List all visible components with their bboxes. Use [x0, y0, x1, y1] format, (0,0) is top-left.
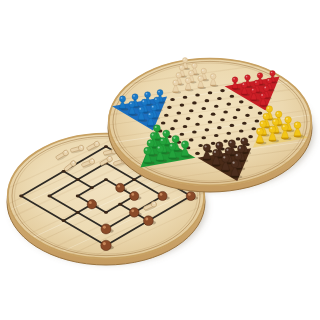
hole[interactable]	[233, 116, 238, 119]
hole[interactable]	[180, 104, 185, 107]
hole[interactable]	[170, 127, 175, 130]
hole[interactable]	[211, 113, 216, 116]
point-hole-b4[interactable]	[76, 178, 80, 181]
hole[interactable]	[211, 142, 216, 145]
hole[interactable]	[214, 134, 219, 137]
hole[interactable]	[236, 108, 241, 111]
hole[interactable]	[248, 106, 253, 109]
hole[interactable]	[217, 126, 222, 129]
game-boards-illustration	[0, 0, 320, 320]
point-hole-e3[interactable]	[104, 211, 108, 214]
hole[interactable]	[195, 93, 200, 96]
hole[interactable]	[180, 133, 185, 136]
point-hole-b2[interactable]	[47, 195, 51, 198]
hole[interactable]	[170, 98, 175, 101]
point-hole-d6[interactable]	[132, 178, 136, 181]
hole[interactable]	[198, 115, 203, 118]
hole[interactable]	[186, 117, 191, 120]
hole[interactable]	[251, 127, 256, 130]
hole[interactable]	[208, 120, 213, 123]
hole[interactable]	[192, 101, 197, 104]
hole[interactable]	[189, 109, 194, 112]
hole[interactable]	[164, 114, 169, 117]
hole[interactable]	[226, 103, 231, 106]
hole[interactable]	[192, 131, 197, 134]
point-hole-c3[interactable]	[76, 195, 80, 198]
hole[interactable]	[226, 132, 231, 135]
hole[interactable]	[195, 123, 200, 126]
hole[interactable]	[220, 89, 225, 92]
hole[interactable]	[239, 100, 244, 103]
hole[interactable]	[195, 152, 200, 155]
hole[interactable]	[183, 125, 188, 128]
hole[interactable]	[223, 140, 228, 143]
hole[interactable]	[230, 124, 235, 127]
point-hole-a7[interactable]	[104, 145, 108, 148]
point-hole-d1[interactable]	[62, 219, 66, 222]
hole[interactable]	[230, 95, 235, 98]
hole[interactable]	[205, 99, 210, 102]
hole[interactable]	[248, 135, 253, 138]
hole[interactable]	[239, 129, 244, 132]
hole[interactable]	[255, 119, 260, 122]
hole[interactable]	[176, 111, 181, 114]
hole[interactable]	[161, 121, 166, 124]
hole[interactable]	[208, 91, 213, 94]
product-photo	[0, 0, 320, 320]
hole[interactable]	[201, 107, 206, 110]
hole[interactable]	[173, 119, 178, 122]
hole[interactable]	[217, 97, 222, 100]
point-hole-e4[interactable]	[118, 203, 122, 206]
hole[interactable]	[220, 118, 225, 121]
hole[interactable]	[245, 114, 250, 117]
hole[interactable]	[214, 105, 219, 108]
hole[interactable]	[183, 96, 188, 99]
point-hole-a1[interactable]	[19, 195, 23, 198]
hole[interactable]	[167, 106, 172, 109]
hole[interactable]	[198, 144, 203, 147]
point-hole-d2[interactable]	[76, 211, 80, 214]
point-hole-c5[interactable]	[104, 178, 108, 181]
hole[interactable]	[205, 128, 210, 131]
hole[interactable]	[223, 110, 228, 113]
hole[interactable]	[258, 112, 263, 115]
point-hole-c4[interactable]	[90, 186, 94, 189]
hole[interactable]	[201, 136, 206, 139]
hole[interactable]	[236, 137, 241, 140]
hole[interactable]	[189, 138, 194, 141]
hole[interactable]	[242, 122, 247, 125]
